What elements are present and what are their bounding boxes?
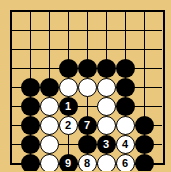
black-stone: 7: [78, 116, 97, 135]
move-number-label: 9: [65, 157, 71, 168]
move-number-label: 6: [122, 157, 128, 168]
black-stone: [21, 154, 40, 172]
black-stone: [59, 59, 78, 78]
white-stone: [40, 97, 59, 116]
move-number-label: 8: [84, 157, 90, 168]
white-stone: [97, 97, 116, 116]
white-stone: [78, 78, 97, 97]
move-number-label: 7: [84, 119, 90, 130]
white-stone: [97, 116, 116, 135]
page: { "game": "go", "diagram_type": "tsumego…: [0, 0, 171, 171]
move-number-label: 2: [65, 119, 71, 130]
move-number-label: 3: [103, 138, 109, 149]
white-stone: [40, 135, 59, 154]
black-stone: [21, 78, 40, 97]
black-stone: 1: [59, 97, 78, 116]
black-stone: [135, 116, 154, 135]
move-number-label: 4: [122, 138, 128, 149]
black-stone: [78, 59, 97, 78]
black-stone: 9: [59, 154, 78, 172]
white-stone: [116, 116, 135, 135]
black-stone: [116, 59, 135, 78]
white-stone: 6: [116, 154, 135, 172]
white-stone: 2: [59, 116, 78, 135]
black-stone: [116, 97, 135, 116]
white-stone: 4: [116, 135, 135, 154]
black-stone: [21, 135, 40, 154]
black-stone: 3: [97, 135, 116, 154]
black-stone: [135, 135, 154, 154]
white-stone: [97, 154, 116, 172]
white-stone: 8: [78, 154, 97, 172]
white-stone: [40, 116, 59, 135]
go-board: 12734986: [0, 0, 171, 171]
black-stone: [116, 78, 135, 97]
black-stone: [21, 116, 40, 135]
black-stone: [135, 154, 154, 172]
black-stone: [21, 97, 40, 116]
black-stone: [40, 78, 59, 97]
white-stone: [97, 78, 116, 97]
black-stone: [78, 135, 97, 154]
white-stone: [59, 78, 78, 97]
white-stone: [40, 154, 59, 172]
black-stone: [97, 59, 116, 78]
move-number-label: 1: [65, 100, 71, 111]
